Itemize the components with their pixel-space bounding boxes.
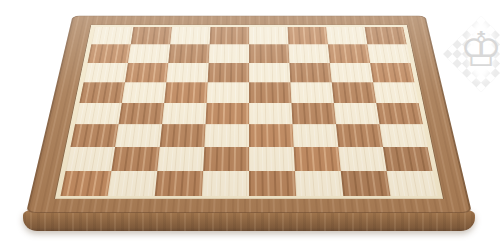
square-b2	[111, 147, 159, 171]
square-c3	[160, 124, 206, 147]
square-c5	[164, 82, 207, 102]
square-g4	[334, 103, 380, 124]
square-d5	[207, 82, 249, 102]
square-h4	[376, 103, 423, 124]
square-h6	[370, 63, 414, 82]
square-h1	[387, 171, 438, 196]
square-e6	[249, 63, 290, 82]
square-g2	[338, 147, 386, 171]
square-f7	[288, 44, 329, 63]
king-icon: ♔	[459, 25, 500, 73]
square-a5	[79, 82, 125, 102]
square-g3	[336, 124, 383, 147]
square-c7	[168, 44, 209, 63]
square-d2	[203, 147, 249, 171]
square-b7	[128, 44, 170, 63]
square-d4	[206, 103, 249, 124]
product-photo: ♔	[0, 0, 500, 245]
square-b6	[125, 63, 168, 82]
chess-shop-watermark: ♔	[436, 2, 500, 102]
square-a1	[60, 171, 111, 196]
square-f5	[290, 82, 333, 102]
square-f2	[294, 147, 341, 171]
square-c1	[155, 171, 203, 196]
square-f3	[292, 124, 338, 147]
square-f1	[295, 171, 343, 196]
square-d3	[204, 124, 249, 147]
square-b8	[131, 27, 172, 45]
square-c4	[162, 103, 207, 124]
square-g8	[326, 27, 367, 45]
square-d1	[202, 171, 249, 196]
square-e1	[249, 171, 296, 196]
square-h3	[379, 124, 427, 147]
square-d7	[209, 44, 249, 63]
square-c2	[157, 147, 204, 171]
square-a2	[66, 147, 115, 171]
square-e5	[249, 82, 291, 102]
square-e7	[249, 44, 289, 63]
square-g5	[332, 82, 376, 102]
square-e3	[249, 124, 294, 147]
square-a3	[70, 124, 118, 147]
square-e8	[249, 27, 288, 45]
board-side-edge	[23, 210, 475, 231]
square-c6	[166, 63, 208, 82]
square-b1	[108, 171, 158, 196]
square-d6	[208, 63, 249, 82]
square-h7	[367, 44, 410, 63]
square-a4	[75, 103, 122, 124]
square-h5	[373, 82, 419, 102]
square-g6	[330, 63, 373, 82]
square-h8	[365, 27, 407, 45]
square-g1	[341, 171, 391, 196]
square-f8	[288, 27, 328, 45]
square-h2	[383, 147, 432, 171]
square-a8	[91, 27, 133, 45]
square-b3	[115, 124, 162, 147]
square-e4	[249, 103, 292, 124]
board-squares	[60, 27, 437, 196]
maple-inlay-border	[55, 25, 443, 199]
square-e2	[249, 147, 295, 171]
chess-board	[26, 16, 472, 213]
square-f6	[289, 63, 331, 82]
square-c8	[170, 27, 210, 45]
square-b4	[119, 103, 165, 124]
square-a6	[84, 63, 128, 82]
square-g7	[328, 44, 370, 63]
square-a7	[88, 44, 131, 63]
square-d8	[210, 27, 249, 45]
square-b5	[122, 82, 166, 102]
square-f4	[291, 103, 336, 124]
